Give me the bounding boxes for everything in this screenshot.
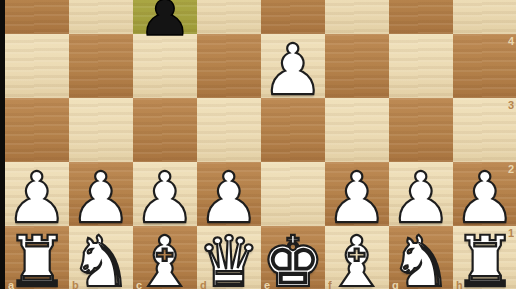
chessboard: ♟5♟43♟♟♟♟♟♟2♟a♜b♞c♝d♛e♚f♝g♞1h♜ [5, 0, 516, 289]
square-e4[interactable]: ♟ [261, 34, 325, 98]
piece-white-rook-h1[interactable]: ♜ [454, 227, 516, 289]
square-b5[interactable] [69, 0, 133, 34]
coord-rank-4: 4 [508, 36, 514, 47]
piece-white-rook-a1[interactable]: ♜ [6, 227, 69, 289]
square-h5[interactable]: 5 [453, 0, 516, 34]
square-g1[interactable]: g♞ [389, 226, 453, 289]
square-f4[interactable] [325, 34, 389, 98]
square-b1[interactable]: b♞ [69, 226, 133, 289]
square-g5[interactable] [389, 0, 453, 34]
square-g3[interactable] [389, 98, 453, 162]
square-h4[interactable]: 4 [453, 34, 516, 98]
square-a2[interactable]: ♟ [5, 162, 69, 226]
square-g4[interactable] [389, 34, 453, 98]
piece-white-bishop-f1[interactable]: ♝ [326, 227, 389, 289]
square-a3[interactable] [5, 98, 69, 162]
piece-white-queen-d1[interactable]: ♛ [198, 227, 261, 289]
square-b3[interactable] [69, 98, 133, 162]
square-d3[interactable] [197, 98, 261, 162]
square-e2[interactable] [261, 162, 325, 226]
square-b2[interactable]: ♟ [69, 162, 133, 226]
chessboard-stage: ♟5♟43♟♟♟♟♟♟2♟a♜b♞c♝d♛e♚f♝g♞1h♜ [0, 0, 516, 289]
square-a5[interactable] [5, 0, 69, 34]
square-h3[interactable]: 3 [453, 98, 516, 162]
square-a1[interactable]: a♜ [5, 226, 69, 289]
square-c3[interactable] [133, 98, 197, 162]
square-d1[interactable]: d♛ [197, 226, 261, 289]
square-d4[interactable] [197, 34, 261, 98]
square-c1[interactable]: c♝ [133, 226, 197, 289]
square-e1[interactable]: e♚ [261, 226, 325, 289]
square-d2[interactable]: ♟ [197, 162, 261, 226]
square-f1[interactable]: f♝ [325, 226, 389, 289]
piece-black-pawn-c5[interactable]: ♟ [138, 0, 192, 44]
square-b4[interactable] [69, 34, 133, 98]
piece-white-bishop-c1[interactable]: ♝ [134, 227, 197, 289]
square-c5[interactable]: ♟ [133, 0, 197, 34]
square-c2[interactable]: ♟ [133, 162, 197, 226]
square-h1[interactable]: 1h♜ [453, 226, 516, 289]
square-a4[interactable] [5, 34, 69, 98]
square-f2[interactable]: ♟ [325, 162, 389, 226]
square-f5[interactable] [325, 0, 389, 34]
piece-white-pawn-e4[interactable]: ♟ [262, 35, 325, 105]
coord-rank-3: 3 [508, 100, 514, 111]
square-g2[interactable]: ♟ [389, 162, 453, 226]
piece-white-knight-g1[interactable]: ♞ [390, 227, 453, 289]
piece-white-knight-b1[interactable]: ♞ [70, 227, 133, 289]
piece-white-king-e1[interactable]: ♚ [262, 227, 325, 289]
square-h2[interactable]: 2♟ [453, 162, 516, 226]
square-f3[interactable] [325, 98, 389, 162]
square-d5[interactable] [197, 0, 261, 34]
